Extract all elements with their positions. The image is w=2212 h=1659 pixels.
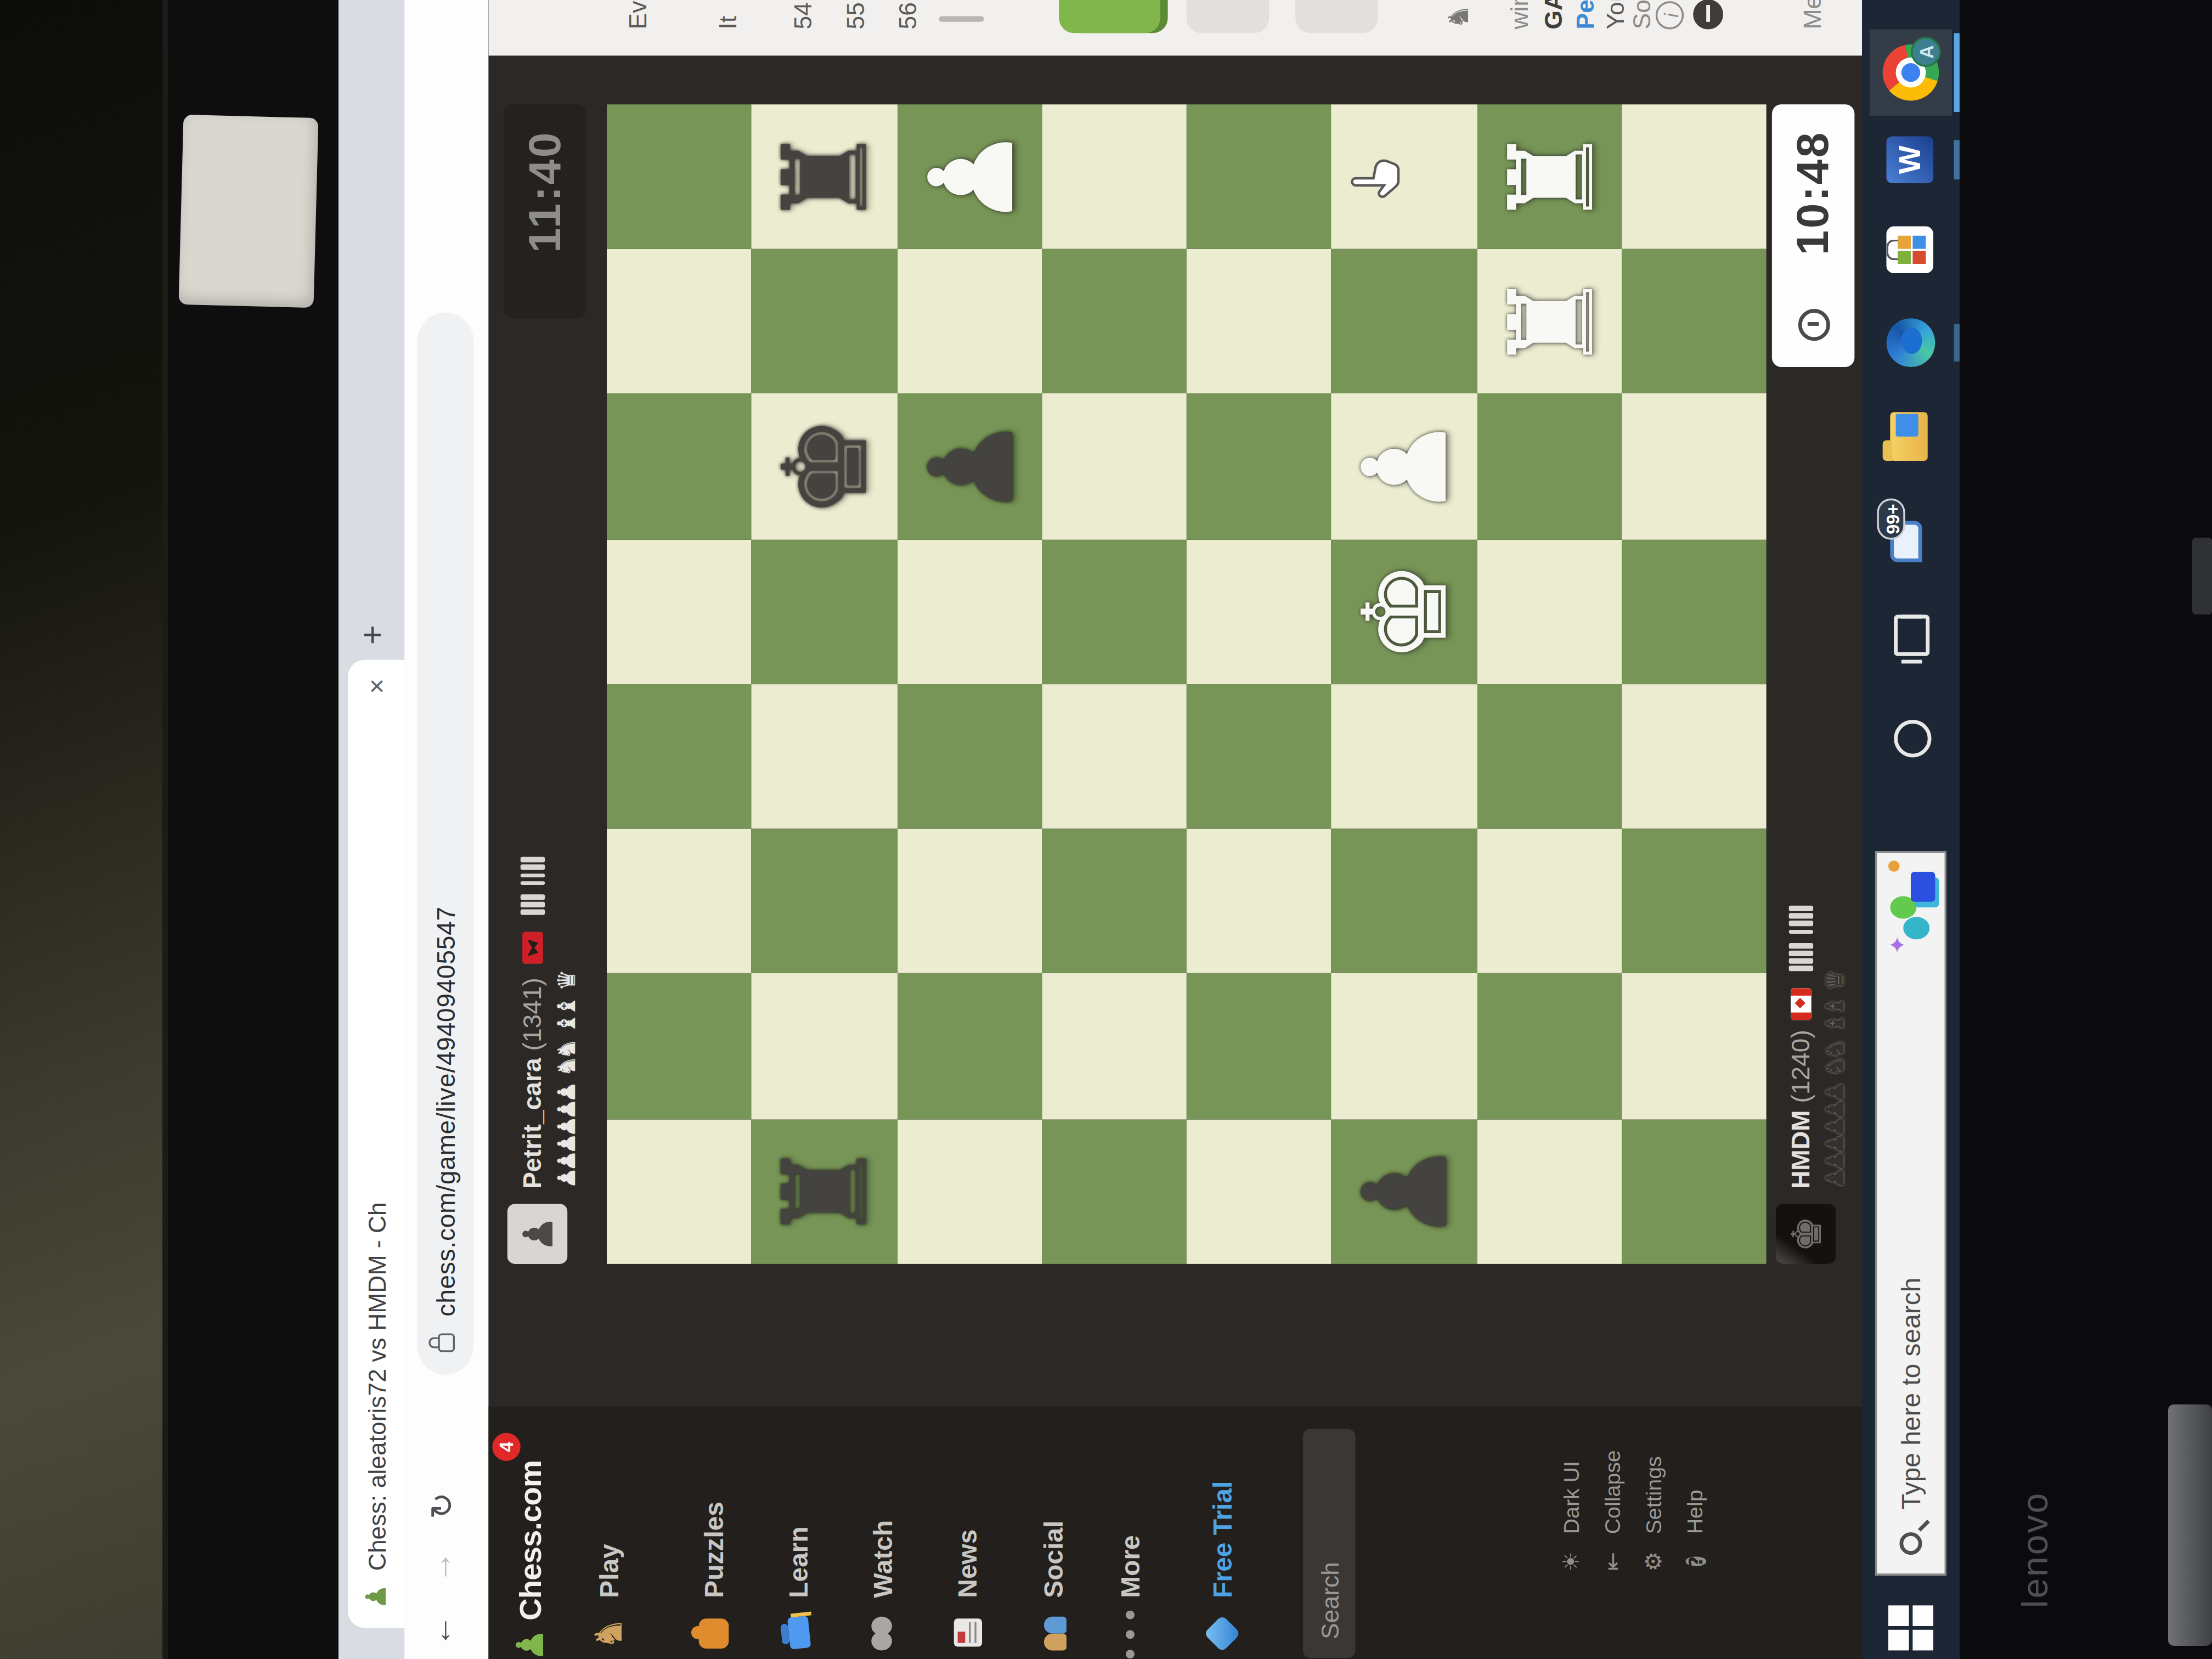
more-dots-icon: ••• <box>1110 1613 1151 1654</box>
message-area-label: Mess <box>1798 0 1826 30</box>
square-e4[interactable] <box>1187 539 1331 684</box>
laptop-port <box>2192 538 2212 614</box>
square-a6[interactable] <box>896 1119 1041 1264</box>
edge-active-underline <box>1954 324 1959 361</box>
bottom-player-name[interactable]: HMDM (1240) <box>1787 1030 1815 1189</box>
square-f2[interactable] <box>1476 394 1621 539</box>
back-icon[interactable]: ← <box>423 1615 460 1646</box>
square-b8[interactable] <box>607 974 752 1119</box>
bezel-sticker <box>179 115 319 308</box>
bottom-player-clock-active: 10:48 <box>1772 104 1854 367</box>
chat-icon[interactable]: 99+ <box>1887 513 1928 562</box>
cortana-icon[interactable] <box>1894 720 1931 757</box>
knight-icon: ♞ <box>588 1613 629 1654</box>
square-e5[interactable] <box>1042 539 1187 684</box>
search-icon <box>1899 1532 1922 1555</box>
square-d6[interactable] <box>896 684 1041 829</box>
avatar-bottom-player[interactable]: ♚ <box>1776 1204 1836 1263</box>
collapse-arrow-icon: ⇤ <box>1599 1547 1625 1575</box>
green-action-button[interactable] <box>1059 0 1160 33</box>
top-captured-pieces: ♟♟♟♟♟♟ ♞♞ ♝♝ ♛ <box>552 974 580 1189</box>
info-icon[interactable]: i <box>1656 1 1684 29</box>
move-number: 55. <box>842 0 870 30</box>
notification-badge: 4 <box>492 1433 520 1461</box>
mouse-cursor-hand <box>1348 151 1406 202</box>
square-f8[interactable] <box>607 394 752 539</box>
square-d8[interactable] <box>607 684 752 829</box>
panel-line: GA <box>1539 0 1567 30</box>
square-f1[interactable] <box>1621 394 1766 539</box>
newspaper-icon <box>946 1613 988 1654</box>
sidebar-search-input[interactable]: Search <box>1303 1429 1356 1658</box>
background-monitor-edge <box>162 0 168 1659</box>
word-icon[interactable]: W <box>1887 136 1934 183</box>
square-e2[interactable] <box>1476 539 1621 684</box>
tab-close-icon[interactable]: × <box>361 679 391 694</box>
url-text: chess.com/game/live/49409405547 <box>431 906 459 1317</box>
piece-wP-h6[interactable]: ♟ <box>896 104 1041 249</box>
square-g4[interactable] <box>1187 250 1331 394</box>
taskbar-search-input[interactable]: Type here to search ✦ <box>1875 851 1946 1575</box>
square-c4[interactable] <box>1187 829 1331 974</box>
square-e6[interactable] <box>896 539 1041 684</box>
square-d7[interactable] <box>752 684 896 829</box>
chesscom-favicon-pawn-icon: ♟ <box>359 1584 393 1609</box>
square-a2[interactable] <box>1476 1119 1621 1264</box>
panel-player-link[interactable]: Pet <box>1571 0 1599 30</box>
file-explorer-icon[interactable] <box>1890 412 1927 461</box>
square-h5[interactable] <box>1042 104 1187 249</box>
sidebar-item-more[interactable]: ••• More <box>1102 1407 1159 1659</box>
browser-tab[interactable]: ♟ Chess: aleatoris72 vs HMDM - Ch × <box>348 660 404 1628</box>
question-mark-icon: ? <box>1681 1547 1707 1575</box>
piece-wR-h2[interactable]: ♜ <box>1476 104 1621 249</box>
piece-wP-f3[interactable]: ♟ <box>1331 394 1476 539</box>
square-a5[interactable] <box>1042 1119 1187 1264</box>
square-d3[interactable] <box>1331 684 1476 829</box>
people-icon <box>1032 1613 1074 1654</box>
word-active-underline <box>1954 140 1959 179</box>
square-b5[interactable] <box>1042 974 1187 1119</box>
browser-tab-strip: ♟ Chess: aleatoris72 vs HMDM - Ch × + <box>338 0 404 1659</box>
task-view-icon[interactable] <box>1894 615 1929 656</box>
sidebar-item-dark-ui[interactable]: ☀ Dark UI <box>1550 1407 1590 1659</box>
panel-line: It <box>714 16 742 30</box>
square-f4[interactable] <box>1187 394 1331 539</box>
puzzle-icon <box>693 1613 734 1654</box>
game-panel: Ev It 54. 55. 56. ♞ win GA Pet You So i … <box>489 0 1862 55</box>
chrome-profile-badge: A <box>1911 37 1941 67</box>
square-d4[interactable] <box>1187 684 1331 829</box>
sidebar-item-settings[interactable]: ⚙ Settings <box>1633 1407 1673 1659</box>
square-b1[interactable] <box>1621 974 1766 1119</box>
square-e7[interactable] <box>752 539 896 684</box>
start-button-windows-icon[interactable] <box>1888 1605 1933 1650</box>
square-g6[interactable] <box>896 250 1041 394</box>
square-a1[interactable] <box>1621 1119 1766 1264</box>
square-a8[interactable] <box>607 1119 752 1264</box>
square-h1[interactable] <box>1621 104 1766 249</box>
top-captured-pawn-bars <box>521 857 545 915</box>
chrome-taskbar-active[interactable]: A <box>1870 30 1952 116</box>
square-d1[interactable] <box>1621 684 1766 829</box>
address-bar[interactable]: chess.com/game/live/49409405547 <box>417 313 474 1375</box>
square-b4[interactable] <box>1187 974 1331 1119</box>
panel-line: So <box>1628 0 1656 30</box>
square-b7[interactable] <box>752 974 896 1119</box>
piece-bP-a3[interactable]: ♟ <box>1331 1119 1476 1264</box>
clock-icon <box>1797 309 1829 341</box>
square-c1[interactable] <box>1621 829 1766 974</box>
gear-icon: ⚙ <box>1640 1547 1666 1575</box>
square-b6[interactable] <box>896 974 1041 1119</box>
result-piece-icon: ♞ <box>1442 4 1476 30</box>
move-list-scrollbar[interactable] <box>939 16 984 22</box>
lock-icon[interactable] <box>437 1333 454 1352</box>
tab-title: Chess: aleatoris72 vs HMDM - Ch <box>362 764 390 1571</box>
diamond-icon <box>1201 1613 1243 1654</box>
piece-bK-f7[interactable]: ♚ <box>752 394 896 539</box>
move-number: 56. <box>894 0 922 30</box>
square-c6[interactable] <box>896 829 1041 974</box>
square-g1[interactable] <box>1621 250 1766 394</box>
sidebar-item-watch[interactable]: Watch <box>855 1407 911 1659</box>
binoculars-icon <box>862 1613 903 1654</box>
square-c2[interactable] <box>1476 829 1621 974</box>
square-b2[interactable] <box>1476 974 1621 1119</box>
photo-of-laptop-screen: lenovo ♟ Chess: aleatoris72 vs HMDM - Ch… <box>0 0 2212 1659</box>
square-g7[interactable] <box>752 250 896 394</box>
piece-bR-h7[interactable]: ♜ <box>752 104 896 249</box>
sidebar-item-social[interactable]: Social <box>1025 1407 1082 1659</box>
square-d5[interactable] <box>1042 684 1187 829</box>
graduation-cap-icon <box>777 1613 819 1654</box>
bottom-captured-pawn-bars <box>1789 906 1813 972</box>
square-c5[interactable] <box>1042 829 1187 974</box>
piece-wR-g2[interactable]: ♜ <box>1476 250 1621 394</box>
browser-toolbar: ← → ↻ chess.com/game/live/49409405547 <box>404 0 489 1659</box>
canada-flag-icon <box>1791 988 1812 1020</box>
square-e1[interactable] <box>1621 539 1766 684</box>
panel-line: win <box>1505 0 1533 30</box>
screen-content-rotated: ♟ Chess: aleatoris72 vs HMDM - Ch × + ← … <box>338 0 1960 1659</box>
square-c3[interactable] <box>1331 829 1476 974</box>
chesscom-sidebar: ♟ Chess.com 4 ♞ Play Puzzles Learn Watch <box>489 1407 1862 1659</box>
block-icon[interactable] <box>1693 0 1723 30</box>
sidebar-item-news[interactable]: News <box>939 1407 995 1659</box>
gray-action-button[interactable] <box>1187 0 1269 33</box>
square-g8[interactable] <box>607 250 752 394</box>
chrome-active-underline <box>1954 33 1959 112</box>
sidebar-item-help[interactable]: ? Help <box>1674 1407 1714 1659</box>
sidebar-item-free-trial[interactable]: Free Trial <box>1194 1407 1251 1659</box>
chat-unread-badge: 99+ <box>1877 499 1905 540</box>
square-h8[interactable] <box>607 104 752 249</box>
piece-bP-f6[interactable]: ♟ <box>896 394 1041 539</box>
panel-line: You <box>1601 0 1629 30</box>
piece-bR-a7[interactable]: ♜ <box>752 1119 896 1264</box>
search-highlights-icon: ✦ <box>1884 861 1941 943</box>
light-bulb-icon: ☀ <box>1557 1547 1583 1575</box>
new-tab-button[interactable]: + <box>353 625 393 645</box>
move-number: 54. <box>789 0 817 30</box>
piece-wK-e3[interactable]: ♚ <box>1331 539 1476 684</box>
gray-action-button[interactable] <box>1295 0 1378 33</box>
edge-icon[interactable] <box>1887 318 1936 367</box>
reload-icon[interactable]: ↻ <box>423 1492 462 1519</box>
microsoft-store-icon[interactable] <box>1887 227 1934 274</box>
sidebar-item-play[interactable]: ♞ Play <box>580 1407 637 1659</box>
forward-icon[interactable]: → <box>423 1551 460 1583</box>
albania-flag-icon <box>522 932 543 964</box>
panel-line: Ev <box>624 1 652 30</box>
sidebar-item-puzzles[interactable]: Puzzles <box>686 1407 742 1659</box>
square-c7[interactable] <box>752 829 896 974</box>
sidebar-item-collapse[interactable]: ⇤ Collapse <box>1592 1407 1632 1659</box>
chesscom-logo[interactable]: ♟ Chess.com <box>507 1460 552 1659</box>
square-d2[interactable] <box>1476 684 1621 829</box>
square-e8[interactable] <box>607 539 752 684</box>
square-h4[interactable] <box>1187 104 1331 249</box>
square-b3[interactable] <box>1331 974 1476 1119</box>
chesscom-pawn-icon: ♟ <box>507 1628 552 1659</box>
square-g5[interactable] <box>1042 250 1187 394</box>
bottom-captured-pieces: ♟♟♟♟♟♟ ♞♞ ♝♝ ♛ <box>1821 974 1849 1189</box>
square-c8[interactable] <box>607 829 752 974</box>
square-g3[interactable] <box>1331 250 1476 394</box>
square-f5[interactable] <box>1042 394 1187 539</box>
square-a4[interactable] <box>1187 1119 1331 1264</box>
laptop-hinge <box>2168 1404 2212 1646</box>
top-player-name[interactable]: Petrit_cara (1341) <box>518 978 546 1189</box>
sidebar-item-learn[interactable]: Learn <box>770 1407 827 1659</box>
top-player-clock: 11:40 <box>504 104 586 318</box>
windows-taskbar: Type here to search ✦ 99+ W A <box>1862 0 1960 1659</box>
avatar-top-player[interactable]: ♟ <box>507 1204 567 1263</box>
